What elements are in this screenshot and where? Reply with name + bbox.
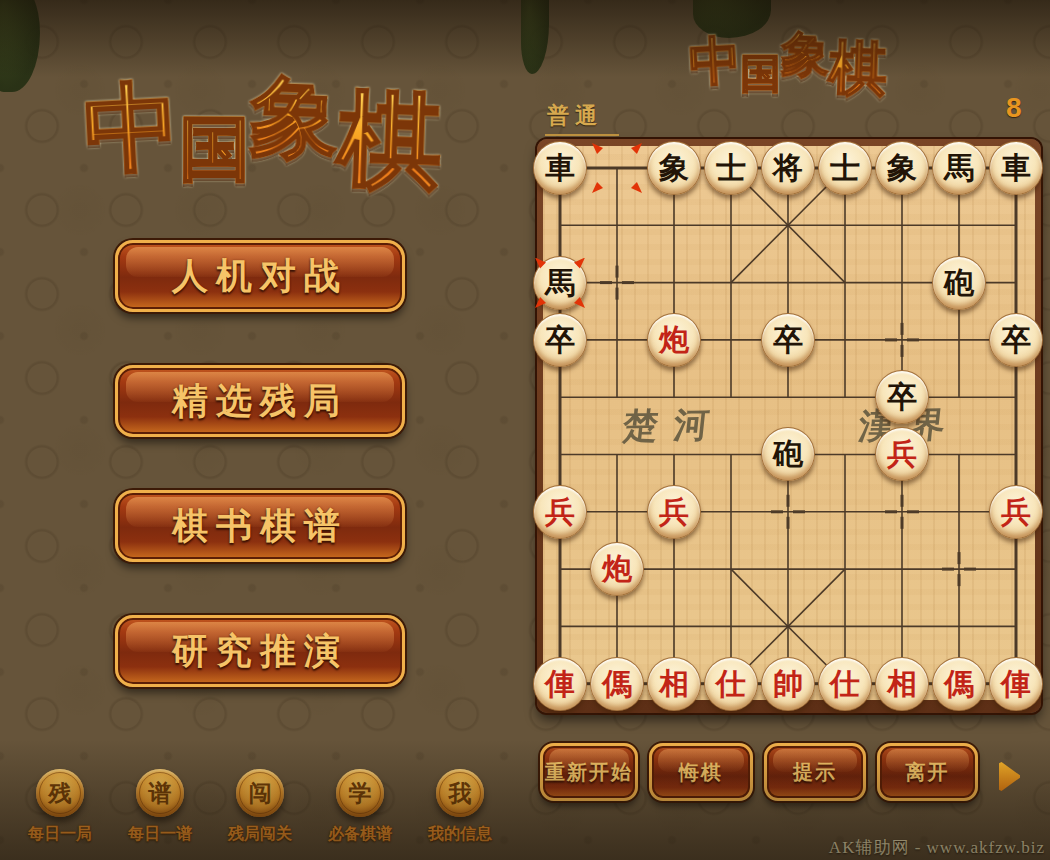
- piece-glyph: 炮: [602, 554, 632, 584]
- piece-red-仕[interactable]: 仕: [818, 657, 872, 711]
- app: 中国象棋 人机对战精选残局棋书棋谱研究推演 残每日一局谱每日一谱闯残局闯关学必备…: [0, 0, 1050, 860]
- logo-char: 象: [248, 57, 340, 179]
- xiangqi-board[interactable]: 楚河 漢界 車象士将士象馬車馬砲卒炮卒卒卒砲兵兵兵兵炮俥傌相仕帥仕相傌俥: [537, 139, 1041, 713]
- piece-red-兵[interactable]: 兵: [533, 485, 587, 539]
- piece-glyph: 卒: [887, 382, 917, 412]
- piece-glyph: 士: [716, 153, 746, 183]
- piece-black-砲[interactable]: 砲: [761, 427, 815, 481]
- app-logo: 中国象棋: [0, 36, 525, 216]
- piece-glyph: 士: [830, 153, 860, 183]
- icon-glyph: 学: [349, 778, 372, 809]
- menu-buttons: 人机对战精选残局棋书棋谱研究推演: [115, 240, 405, 687]
- piece-black-将[interactable]: 将: [761, 141, 815, 195]
- menu-button-label: 棋书棋谱: [118, 493, 402, 559]
- piece-glyph: 傌: [602, 669, 632, 699]
- app-logo: 中国象棋: [525, 12, 1050, 108]
- piece-black-馬[interactable]: 馬: [932, 141, 986, 195]
- difficulty-label[interactable]: 普通: [545, 101, 619, 136]
- icon-glyph: 闯: [249, 778, 272, 809]
- piece-black-士[interactable]: 士: [704, 141, 758, 195]
- piece-red-俥[interactable]: 俥: [533, 657, 587, 711]
- icon-glyph: 谱: [149, 778, 172, 809]
- footer-item-label: 残局闯关: [228, 824, 292, 845]
- action-button-bar: 重新开始悔棋提示离开: [540, 743, 978, 801]
- footer-item-label: 每日一谱: [128, 824, 192, 845]
- endgame-icon: 残: [36, 769, 84, 817]
- logo-char: 国: [180, 103, 250, 197]
- piece-red-相[interactable]: 相: [647, 657, 701, 711]
- piece-black-卒[interactable]: 卒: [533, 313, 587, 367]
- action-button-label: 悔棋: [652, 746, 750, 798]
- piece-red-兵[interactable]: 兵: [875, 427, 929, 481]
- piece-glyph: 砲: [944, 268, 974, 298]
- piece-glyph: 砲: [773, 439, 803, 469]
- menu-button-label: 人机对战: [118, 243, 402, 309]
- undo-move-button[interactable]: 悔棋: [649, 743, 753, 801]
- main-menu-panel: 中国象棋 人机对战精选残局棋书棋谱研究推演 残每日一局谱每日一谱闯残局闯关学必备…: [0, 0, 525, 860]
- piece-glyph: 兵: [1001, 497, 1031, 527]
- piece-red-兵[interactable]: 兵: [989, 485, 1043, 539]
- logo-char: 中: [80, 63, 183, 198]
- piece-glyph: 兵: [659, 497, 689, 527]
- piece-red-帥[interactable]: 帥: [761, 657, 815, 711]
- piece-glyph: 仕: [830, 669, 860, 699]
- logo-char: 中: [687, 26, 743, 99]
- piece-red-相[interactable]: 相: [875, 657, 929, 711]
- logo-char: 棋: [827, 29, 888, 109]
- piece-glyph: 車: [1001, 153, 1031, 183]
- last-move-from-marker: [592, 143, 642, 193]
- piece-black-卒[interactable]: 卒: [875, 370, 929, 424]
- piece-red-兵[interactable]: 兵: [647, 485, 701, 539]
- study-icon: 学: [336, 769, 384, 817]
- expand-arrow[interactable]: [999, 762, 1020, 791]
- piece-glyph: 兵: [887, 439, 917, 469]
- hint-button[interactable]: 提示: [764, 743, 866, 801]
- menu-button-chess-books[interactable]: 棋书棋谱: [115, 490, 405, 562]
- piece-red-炮[interactable]: 炮: [590, 542, 644, 596]
- footer-item-label: 我的信息: [428, 824, 492, 845]
- piece-glyph: 帥: [773, 669, 803, 699]
- footer-item-label: 每日一局: [28, 824, 92, 845]
- piece-grid: 車象士将士象馬車馬砲卒炮卒卒卒砲兵兵兵兵炮俥傌相仕帥仕相傌俥: [532, 139, 1045, 712]
- footer-item-challenge[interactable]: 闯残局闯关: [228, 769, 292, 845]
- footer-item-study[interactable]: 学必备棋谱: [328, 769, 392, 845]
- piece-glyph: 象: [659, 153, 689, 183]
- logo-char: 棋: [335, 70, 444, 214]
- piece-glyph: 兵: [545, 497, 575, 527]
- piece-black-象[interactable]: 象: [647, 141, 701, 195]
- action-button-label: 重新开始: [543, 746, 635, 798]
- action-button-label: 提示: [767, 746, 863, 798]
- piece-black-車[interactable]: 車: [989, 141, 1043, 195]
- piece-black-砲[interactable]: 砲: [932, 256, 986, 310]
- icon-glyph: 我: [449, 778, 472, 809]
- piece-glyph: 馬: [545, 268, 575, 298]
- footer-item-profile[interactable]: 我我的信息: [428, 769, 492, 845]
- challenge-icon: 闯: [236, 769, 284, 817]
- piece-black-馬[interactable]: 馬: [533, 256, 587, 310]
- piece-red-俥[interactable]: 俥: [989, 657, 1043, 711]
- piece-glyph: 相: [887, 669, 917, 699]
- piece-glyph: 炮: [659, 325, 689, 355]
- restart-button[interactable]: 重新开始: [540, 743, 638, 801]
- footer-item-label: 必备棋谱: [328, 824, 392, 845]
- piece-red-炮[interactable]: 炮: [647, 313, 701, 367]
- watermark: AK辅助网 - www.akfzw.biz: [829, 836, 1045, 859]
- piece-black-卒[interactable]: 卒: [761, 313, 815, 367]
- logo-char: 象: [780, 22, 830, 88]
- manual-icon: 谱: [136, 769, 184, 817]
- piece-red-傌[interactable]: 傌: [590, 657, 644, 711]
- level-number: 8: [1006, 92, 1022, 124]
- piece-glyph: 卒: [1001, 325, 1031, 355]
- footer-item-endgame[interactable]: 残每日一局: [28, 769, 92, 845]
- game-panel: 中国象棋 普通 8 楚河 漢界 車象士将士象馬車馬砲卒炮卒卒卒砲兵兵兵兵炮俥傌相…: [525, 0, 1050, 860]
- piece-glyph: 俥: [545, 669, 575, 699]
- piece-glyph: 俥: [1001, 669, 1031, 699]
- piece-black-士[interactable]: 士: [818, 141, 872, 195]
- piece-glyph: 象: [887, 153, 917, 183]
- logo-char: 国: [741, 46, 781, 101]
- piece-glyph: 傌: [944, 669, 974, 699]
- piece-glyph: 相: [659, 669, 689, 699]
- piece-glyph: 車: [545, 153, 575, 183]
- icon-glyph: 残: [49, 778, 72, 809]
- footer-item-manual[interactable]: 谱每日一谱: [128, 769, 192, 845]
- menu-button-research-deduction[interactable]: 研究推演: [115, 615, 405, 687]
- piece-glyph: 卒: [773, 325, 803, 355]
- piece-black-象[interactable]: 象: [875, 141, 929, 195]
- piece-red-仕[interactable]: 仕: [704, 657, 758, 711]
- piece-glyph: 卒: [545, 325, 575, 355]
- piece-black-車[interactable]: 車: [533, 141, 587, 195]
- piece-glyph: 将: [773, 153, 803, 183]
- action-button-label: 离开: [880, 746, 975, 798]
- menu-button-label: 精选残局: [118, 368, 402, 434]
- piece-glyph: 馬: [944, 153, 974, 183]
- piece-glyph: 仕: [716, 669, 746, 699]
- piece-red-傌[interactable]: 傌: [932, 657, 986, 711]
- menu-button-label: 研究推演: [118, 618, 402, 684]
- menu-button-human-vs-ai[interactable]: 人机对战: [115, 240, 405, 312]
- profile-icon: 我: [436, 769, 484, 817]
- piece-black-卒[interactable]: 卒: [989, 313, 1043, 367]
- leave-button[interactable]: 离开: [877, 743, 978, 801]
- menu-button-featured-endgames[interactable]: 精选残局: [115, 365, 405, 437]
